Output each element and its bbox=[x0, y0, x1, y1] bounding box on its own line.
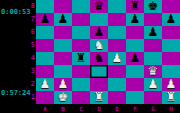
square-c7[interactable] bbox=[72, 13, 90, 26]
white-pawn: ♟ bbox=[36, 78, 54, 91]
square-h6[interactable] bbox=[162, 26, 180, 39]
square-h8[interactable] bbox=[162, 0, 180, 13]
rank-label-7: 7 bbox=[26, 13, 35, 26]
square-e2[interactable] bbox=[108, 78, 126, 91]
white-pawn: ♟ bbox=[54, 78, 72, 91]
white-rook: ♜ bbox=[90, 91, 108, 104]
rank-label-6: 6 bbox=[26, 26, 35, 39]
white-king: ♚ bbox=[54, 91, 72, 104]
square-c3[interactable] bbox=[72, 65, 90, 78]
rank-label-1: 1 bbox=[26, 91, 35, 104]
square-e1[interactable] bbox=[108, 91, 126, 104]
square-h7[interactable]: ♟ bbox=[162, 13, 180, 26]
square-e5[interactable] bbox=[108, 39, 126, 52]
black-king: ♚ bbox=[144, 0, 162, 13]
square-b4[interactable] bbox=[54, 52, 72, 65]
black-queen: ♛ bbox=[90, 0, 108, 13]
square-a7[interactable]: ♟ bbox=[36, 13, 54, 26]
square-g1[interactable] bbox=[144, 91, 162, 104]
white-queen: ♛ bbox=[144, 65, 162, 78]
square-f6[interactable] bbox=[126, 26, 144, 39]
square-f5[interactable] bbox=[126, 39, 144, 52]
square-g3[interactable]: ♛ bbox=[144, 65, 162, 78]
white-pawn: ♟ bbox=[144, 78, 162, 91]
black-rook: ♜ bbox=[72, 52, 90, 65]
square-g4[interactable] bbox=[144, 52, 162, 65]
square-g5[interactable] bbox=[144, 39, 162, 52]
rank-label-5: 5 bbox=[26, 39, 35, 52]
square-a2[interactable]: ♟ bbox=[36, 78, 54, 91]
square-b3[interactable] bbox=[54, 65, 72, 78]
square-c2[interactable] bbox=[72, 78, 90, 91]
square-b8[interactable] bbox=[54, 0, 72, 13]
square-f2[interactable] bbox=[126, 78, 144, 91]
square-d7[interactable] bbox=[90, 13, 108, 26]
square-a4[interactable] bbox=[36, 52, 54, 65]
black-pawn: ♟ bbox=[90, 26, 108, 39]
square-g2[interactable]: ♟ bbox=[144, 78, 162, 91]
square-f8[interactable]: ♜ bbox=[126, 0, 144, 13]
square-h3[interactable] bbox=[162, 65, 180, 78]
square-h4[interactable] bbox=[162, 52, 180, 65]
square-f4[interactable]: ♟ bbox=[126, 52, 144, 65]
square-e7[interactable] bbox=[108, 13, 126, 26]
square-c8[interactable] bbox=[72, 0, 90, 13]
black-pawn: ♟ bbox=[126, 52, 144, 65]
square-h5[interactable] bbox=[162, 39, 180, 52]
black-pawn: ♟ bbox=[162, 13, 180, 26]
file-label-a: A bbox=[36, 104, 54, 113]
black-rook: ♜ bbox=[126, 0, 144, 13]
chess-board[interactable]: ♛♜♚♟♟♟♟♟♟♞♜♞♟♟♛♟♟♟♟♚♜♜ bbox=[36, 0, 180, 104]
square-b5[interactable] bbox=[54, 39, 72, 52]
square-d6[interactable]: ♟ bbox=[90, 26, 108, 39]
square-e8[interactable] bbox=[108, 0, 126, 13]
black-pawn: ♟ bbox=[36, 13, 54, 26]
square-c5[interactable] bbox=[72, 39, 90, 52]
file-label-b: B bbox=[54, 104, 72, 113]
square-b2[interactable]: ♟ bbox=[54, 78, 72, 91]
square-d3[interactable] bbox=[90, 65, 108, 78]
white-knight: ♞ bbox=[90, 39, 108, 52]
file-label-c: C bbox=[72, 104, 90, 113]
file-label-e: E bbox=[108, 104, 126, 113]
file-label-g: G bbox=[144, 104, 162, 113]
square-e3[interactable] bbox=[108, 65, 126, 78]
rank-label-3: 3 bbox=[26, 65, 35, 78]
black-pawn: ♟ bbox=[126, 13, 144, 26]
black-pawn: ♟ bbox=[144, 26, 162, 39]
square-e6[interactable] bbox=[108, 26, 126, 39]
square-a8[interactable] bbox=[36, 0, 54, 13]
rank-label-8: 8 bbox=[26, 0, 35, 13]
chess-app-screen: 0:00:53 0:57:24 87654321 ♛♜♚♟♟♟♟♟♟♞♜♞♟♟♛… bbox=[0, 0, 180, 113]
white-pawn: ♟ bbox=[162, 78, 180, 91]
square-d8[interactable]: ♛ bbox=[90, 0, 108, 13]
file-label-f: F bbox=[126, 104, 144, 113]
file-label-h: H bbox=[162, 104, 180, 113]
square-b7[interactable]: ♟ bbox=[54, 13, 72, 26]
square-h1[interactable]: ♜ bbox=[162, 91, 180, 104]
rank-labels: 87654321 bbox=[26, 0, 35, 104]
white-pawn: ♟ bbox=[108, 52, 126, 65]
square-d4[interactable]: ♞ bbox=[90, 52, 108, 65]
square-b1[interactable]: ♚ bbox=[54, 91, 72, 104]
rank-label-4: 4 bbox=[26, 52, 35, 65]
square-e4[interactable]: ♟ bbox=[108, 52, 126, 65]
square-f7[interactable]: ♟ bbox=[126, 13, 144, 26]
white-rook: ♜ bbox=[162, 91, 180, 104]
square-a3[interactable] bbox=[36, 65, 54, 78]
square-g6[interactable]: ♟ bbox=[144, 26, 162, 39]
square-g7[interactable] bbox=[144, 13, 162, 26]
black-knight: ♞ bbox=[90, 52, 108, 65]
square-g8[interactable]: ♚ bbox=[144, 0, 162, 13]
square-c1[interactable] bbox=[72, 91, 90, 104]
square-f1[interactable] bbox=[126, 91, 144, 104]
square-b6[interactable] bbox=[54, 26, 72, 39]
file-labels: ABCDEFGH bbox=[36, 104, 180, 113]
square-a5[interactable] bbox=[36, 39, 54, 52]
file-label-d: D bbox=[90, 104, 108, 113]
rank-label-2: 2 bbox=[26, 78, 35, 91]
black-pawn: ♟ bbox=[54, 13, 72, 26]
square-f3[interactable] bbox=[126, 65, 144, 78]
square-d2[interactable] bbox=[90, 78, 108, 91]
square-d5[interactable]: ♞ bbox=[90, 39, 108, 52]
square-c4[interactable]: ♜ bbox=[72, 52, 90, 65]
square-c6[interactable] bbox=[72, 26, 90, 39]
square-a1[interactable] bbox=[36, 91, 54, 104]
square-a6[interactable] bbox=[36, 26, 54, 39]
square-d1[interactable]: ♜ bbox=[90, 91, 108, 104]
square-h2[interactable]: ♟ bbox=[162, 78, 180, 91]
